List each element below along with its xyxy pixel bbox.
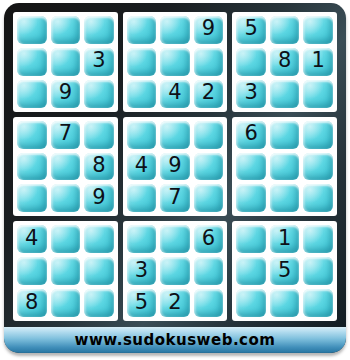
sudoku-cell[interactable] [160,225,190,253]
cell-digit: 7 [59,123,72,144]
sudoku-cell[interactable]: 8 [84,153,114,181]
cell-digit: 7 [168,187,181,208]
cell-digit: 8 [25,292,38,313]
sudoku-block: 497 [123,117,228,217]
sudoku-cell[interactable] [17,121,47,149]
sudoku-cell[interactable]: 3 [84,48,114,76]
sudoku-cell[interactable]: 4 [127,153,157,181]
sudoku-cell[interactable] [270,16,300,44]
cell-digit: 4 [25,228,38,249]
sudoku-cell[interactable] [127,16,157,44]
sudoku-cell[interactable] [236,48,266,76]
sudoku-cell[interactable] [303,289,333,317]
cell-digit: 4 [135,155,148,176]
sudoku-cell[interactable] [236,257,266,285]
sudoku-cell[interactable] [84,121,114,149]
cell-digit: 2 [168,292,181,313]
sudoku-cell[interactable] [194,153,224,181]
sudoku-cell[interactable]: 9 [84,184,114,212]
sudoku-cell[interactable] [84,257,114,285]
sudoku-cell[interactable]: 9 [194,16,224,44]
sudoku-cell[interactable] [236,184,266,212]
sudoku-cell[interactable]: 3 [236,80,266,108]
sudoku-cell[interactable] [194,257,224,285]
sudoku-cell[interactable] [51,16,81,44]
cell-digit: 9 [59,82,72,103]
sudoku-cell[interactable] [127,80,157,108]
cell-digit: 9 [168,155,181,176]
sudoku-cell[interactable] [51,184,81,212]
sudoku-cell[interactable]: 4 [17,225,47,253]
sudoku-cell[interactable]: 7 [160,184,190,212]
sudoku-cell[interactable] [17,16,47,44]
sudoku-cell[interactable] [51,289,81,317]
sudoku-cell[interactable] [17,257,47,285]
cell-digit: 3 [135,260,148,281]
sudoku-cell[interactable]: 7 [51,121,81,149]
sudoku-cell[interactable]: 8 [270,48,300,76]
sudoku-cell[interactable] [303,184,333,212]
sudoku-cell[interactable] [84,16,114,44]
sudoku-cell[interactable]: 6 [236,121,266,149]
sudoku-cell[interactable] [270,289,300,317]
sudoku-cell[interactable] [194,121,224,149]
site-url[interactable]: www.sudokusweb.com [4,327,346,353]
cell-digit: 9 [202,18,215,39]
cell-digit: 1 [278,228,291,249]
sudoku-cell[interactable] [236,289,266,317]
sudoku-cell[interactable]: 2 [160,289,190,317]
sudoku-block: 39 [13,12,118,112]
sudoku-cell[interactable] [303,153,333,181]
cell-digit: 1 [312,50,325,71]
sudoku-cell[interactable] [51,225,81,253]
sudoku-cell[interactable]: 5 [236,16,266,44]
sudoku-cell[interactable] [51,257,81,285]
cell-digit: 6 [202,228,215,249]
sudoku-cell[interactable] [127,121,157,149]
sudoku-cell[interactable] [270,184,300,212]
sudoku-cell[interactable]: 1 [270,225,300,253]
sudoku-cell[interactable] [236,225,266,253]
sudoku-cell[interactable] [127,48,157,76]
sudoku-frame: 39 942 5813 789 497 6 48 6352 15 www.sud… [4,3,346,353]
cell-digit: 3 [244,82,257,103]
sudoku-cell[interactable]: 5 [127,289,157,317]
sudoku-cell[interactable]: 3 [127,257,157,285]
sudoku-block: 5813 [232,12,337,112]
sudoku-cell[interactable] [17,80,47,108]
sudoku-cell[interactable] [84,289,114,317]
sudoku-cell[interactable] [127,225,157,253]
cell-digit: 5 [135,292,148,313]
sudoku-cell[interactable] [270,153,300,181]
sudoku-board: 39 942 5813 789 497 6 48 6352 15 [4,3,346,327]
sudoku-cell[interactable] [194,289,224,317]
cell-digit: 8 [92,155,105,176]
sudoku-cell[interactable]: 1 [303,48,333,76]
cell-digit: 4 [168,82,181,103]
sudoku-cell[interactable] [270,80,300,108]
sudoku-cell[interactable] [236,153,266,181]
sudoku-cell[interactable] [160,257,190,285]
sudoku-cell[interactable]: 2 [194,80,224,108]
sudoku-cell[interactable] [303,16,333,44]
cell-digit: 3 [92,50,105,71]
cell-digit: 9 [92,187,105,208]
sudoku-block: 6 [232,117,337,217]
sudoku-cell[interactable] [160,48,190,76]
sudoku-cell[interactable] [17,184,47,212]
sudoku-block: 789 [13,117,118,217]
sudoku-cell[interactable]: 8 [17,289,47,317]
cell-digit: 6 [244,123,257,144]
sudoku-cell[interactable] [160,16,190,44]
cell-digit: 5 [244,18,257,39]
sudoku-block: 15 [232,221,337,321]
sudoku-cell[interactable]: 6 [194,225,224,253]
sudoku-cell[interactable]: 5 [270,257,300,285]
sudoku-cell[interactable] [303,80,333,108]
sudoku-cell[interactable] [194,48,224,76]
cell-digit: 5 [278,260,291,281]
sudoku-block: 942 [123,12,228,112]
sudoku-cell[interactable] [303,121,333,149]
sudoku-cell[interactable] [17,153,47,181]
sudoku-cell[interactable] [270,121,300,149]
sudoku-block: 6352 [123,221,228,321]
sudoku-cell[interactable] [127,184,157,212]
sudoku-cell[interactable]: 4 [160,80,190,108]
sudoku-cell[interactable] [303,257,333,285]
sudoku-cell[interactable] [51,153,81,181]
sudoku-cell[interactable] [194,184,224,212]
cell-digit: 8 [278,50,291,71]
sudoku-cell[interactable]: 9 [51,80,81,108]
sudoku-cell[interactable] [303,225,333,253]
sudoku-block: 48 [13,221,118,321]
sudoku-cell[interactable] [84,225,114,253]
sudoku-cell[interactable] [51,48,81,76]
sudoku-cell[interactable]: 9 [160,153,190,181]
cell-digit: 2 [202,82,215,103]
sudoku-cell[interactable] [17,48,47,76]
sudoku-cell[interactable] [160,121,190,149]
sudoku-cell[interactable] [84,80,114,108]
